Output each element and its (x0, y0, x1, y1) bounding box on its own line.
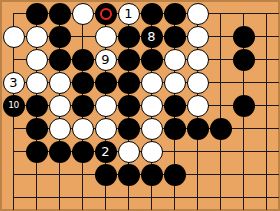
intersection (140, 163, 163, 186)
intersection (48, 140, 71, 163)
white-stone (141, 118, 163, 140)
black-stone (118, 118, 140, 140)
intersection (186, 140, 209, 163)
black-stone (26, 118, 48, 140)
black-stone (26, 95, 48, 117)
intersection (163, 71, 186, 94)
black-stone (164, 95, 186, 117)
intersection (48, 94, 71, 117)
black-stone (141, 49, 163, 71)
intersection (232, 117, 255, 140)
intersection (71, 186, 94, 209)
intersection (48, 71, 71, 94)
intersection (232, 25, 255, 48)
white-stone (49, 95, 71, 117)
black-stone (118, 164, 140, 186)
intersection: 10 (2, 94, 25, 117)
intersection (117, 117, 140, 140)
intersection (232, 94, 255, 117)
intersection (94, 25, 117, 48)
black-stone (72, 49, 94, 71)
black-stone (26, 3, 48, 25)
intersection (71, 94, 94, 117)
intersection (186, 2, 209, 25)
intersection (48, 163, 71, 186)
white-stone (164, 49, 186, 71)
intersection (232, 140, 255, 163)
intersection (255, 48, 278, 71)
black-stone: 2 (95, 141, 117, 163)
go-diagram: 1893102 (0, 0, 280, 211)
black-stone (72, 72, 94, 94)
intersection (209, 25, 232, 48)
intersection (48, 186, 71, 209)
intersection (163, 117, 186, 140)
white-stone (187, 72, 209, 94)
intersection (71, 71, 94, 94)
black-stone (49, 3, 71, 25)
intersection (48, 2, 71, 25)
black-stone (118, 72, 140, 94)
intersection (117, 94, 140, 117)
intersection (140, 48, 163, 71)
white-stone (187, 3, 209, 25)
intersection (2, 117, 25, 140)
intersection (94, 186, 117, 209)
intersection (94, 71, 117, 94)
intersection (140, 140, 163, 163)
intersection (232, 48, 255, 71)
intersection (117, 48, 140, 71)
intersection (117, 163, 140, 186)
intersection (25, 117, 48, 140)
intersection (94, 2, 117, 25)
intersection (163, 25, 186, 48)
intersection (186, 163, 209, 186)
white-stone: 9 (95, 49, 117, 71)
intersection (255, 2, 278, 25)
intersection (48, 25, 71, 48)
move-number-label: 8 (147, 30, 155, 43)
white-stone (72, 118, 94, 140)
intersection (2, 163, 25, 186)
intersection (140, 94, 163, 117)
intersection (186, 117, 209, 140)
intersection (94, 94, 117, 117)
white-stone (187, 49, 209, 71)
go-board: 1893102 (0, 0, 280, 211)
intersection (163, 140, 186, 163)
intersection (186, 186, 209, 209)
black-stone (49, 26, 71, 48)
intersection (163, 2, 186, 25)
intersection (94, 117, 117, 140)
intersection (209, 2, 232, 25)
white-stone (3, 26, 25, 48)
intersection (71, 48, 94, 71)
intersection (209, 71, 232, 94)
intersection (117, 140, 140, 163)
intersection (25, 71, 48, 94)
intersection (232, 186, 255, 209)
white-stone (164, 72, 186, 94)
white-stone (187, 95, 209, 117)
black-stone (118, 26, 140, 48)
intersection (2, 186, 25, 209)
white-stone (49, 72, 71, 94)
intersection (209, 163, 232, 186)
intersection: 9 (94, 48, 117, 71)
intersection (140, 71, 163, 94)
black-stone (49, 49, 71, 71)
intersection (48, 48, 71, 71)
black-stone (95, 72, 117, 94)
intersection (25, 186, 48, 209)
move-number-label: 1 (124, 7, 132, 20)
white-stone (26, 72, 48, 94)
white-stone (95, 95, 117, 117)
black-stone (164, 164, 186, 186)
intersection (163, 186, 186, 209)
black-stone (210, 118, 232, 140)
intersection: 3 (2, 71, 25, 94)
black-stone (26, 141, 48, 163)
intersection (209, 140, 232, 163)
intersection (2, 25, 25, 48)
white-stone (95, 26, 117, 48)
black-stone (118, 49, 140, 71)
intersection (140, 186, 163, 209)
black-stone (233, 26, 255, 48)
intersection (71, 25, 94, 48)
intersection (117, 71, 140, 94)
intersection (186, 25, 209, 48)
white-stone (72, 3, 94, 25)
intersection (140, 2, 163, 25)
black-stone (72, 141, 94, 163)
intersection (255, 25, 278, 48)
intersection (25, 2, 48, 25)
intersection (117, 186, 140, 209)
intersection (163, 163, 186, 186)
intersection (209, 117, 232, 140)
intersection (25, 48, 48, 71)
red-circle-marker-icon (100, 8, 112, 20)
intersection (94, 163, 117, 186)
move-number-label: 10 (8, 101, 18, 110)
intersection (209, 186, 232, 209)
white-stone (141, 95, 163, 117)
white-stone (141, 72, 163, 94)
white-stone (95, 118, 117, 140)
intersection (2, 140, 25, 163)
intersection (255, 117, 278, 140)
intersection: 1 (117, 2, 140, 25)
intersection (71, 117, 94, 140)
black-stone (187, 118, 209, 140)
intersection (25, 163, 48, 186)
intersection (186, 71, 209, 94)
white-stone (118, 141, 140, 163)
intersection (255, 186, 278, 209)
intersection (255, 94, 278, 117)
black-stone: 10 (3, 95, 25, 117)
white-stone (26, 49, 48, 71)
black-stone (233, 95, 255, 117)
black-stone (72, 95, 94, 117)
intersection (186, 94, 209, 117)
intersection (163, 94, 186, 117)
intersection (71, 163, 94, 186)
intersection (117, 25, 140, 48)
intersection (71, 140, 94, 163)
intersection (232, 2, 255, 25)
intersection (25, 140, 48, 163)
white-stone (141, 141, 163, 163)
black-stone (95, 164, 117, 186)
black-stone (233, 49, 255, 71)
white-stone (26, 26, 48, 48)
intersection (140, 117, 163, 140)
black-stone (141, 164, 163, 186)
intersection (209, 94, 232, 117)
intersection (2, 2, 25, 25)
go-grid: 1893102 (2, 2, 278, 209)
intersection: 2 (94, 140, 117, 163)
white-stone (187, 26, 209, 48)
black-stone (141, 3, 163, 25)
intersection (232, 71, 255, 94)
black-stone (49, 141, 71, 163)
intersection (232, 163, 255, 186)
intersection (163, 48, 186, 71)
black-stone (164, 118, 186, 140)
move-number-label: 2 (101, 145, 109, 158)
intersection (25, 25, 48, 48)
black-stone (118, 95, 140, 117)
black-stone (164, 26, 186, 48)
move-number-label: 9 (101, 53, 109, 66)
intersection (255, 140, 278, 163)
intersection (255, 71, 278, 94)
white-stone: 3 (3, 72, 25, 94)
intersection (2, 48, 25, 71)
black-stone: 8 (141, 26, 163, 48)
white-stone: 1 (118, 3, 140, 25)
intersection (25, 94, 48, 117)
intersection (48, 117, 71, 140)
move-number-label: 3 (9, 76, 17, 89)
intersection (255, 163, 278, 186)
intersection: 8 (140, 25, 163, 48)
intersection (209, 48, 232, 71)
white-stone (49, 118, 71, 140)
intersection (71, 2, 94, 25)
intersection (186, 48, 209, 71)
black-stone (164, 3, 186, 25)
